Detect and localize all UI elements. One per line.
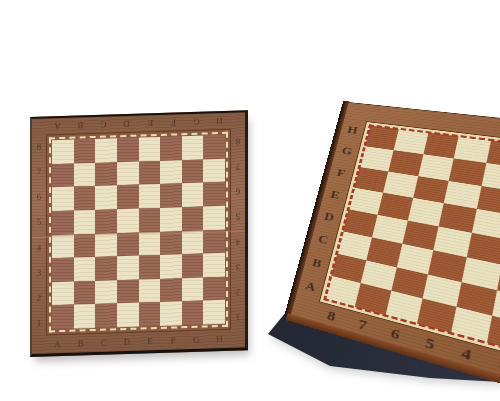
square-c2: [95, 280, 117, 304]
square-f7: [160, 160, 182, 184]
square-a3: [52, 258, 74, 282]
square-h7: [203, 158, 225, 182]
square-g8: [182, 136, 204, 160]
square-c6: [95, 186, 117, 210]
square-e8: [139, 137, 161, 161]
square-g1: [182, 301, 204, 325]
square-b6: [74, 186, 96, 210]
square-b7: [74, 163, 96, 187]
square-h6: [203, 182, 225, 206]
square-g6: [182, 183, 204, 207]
square-g3: [182, 254, 204, 278]
flat-board: ABCDEFGH ABCDEFGH 87654321 87654321: [30, 110, 248, 357]
square-a5: [52, 211, 74, 235]
square-e4: [139, 231, 161, 255]
square-f4: [160, 231, 182, 255]
square-c4: [95, 233, 117, 257]
square-h8: [203, 135, 225, 159]
square-e6: [139, 184, 161, 208]
square-d2: [117, 279, 139, 303]
product-photo-scene: HGFEDCBA 87654321 ABCDEFGH ABCDEFGH 8765…: [0, 0, 500, 401]
square-a2: [52, 281, 74, 305]
square-a1: [52, 305, 74, 329]
square-b3: [74, 257, 96, 281]
square-f3: [160, 254, 182, 278]
square-c5: [95, 209, 117, 233]
square-d8: [117, 138, 139, 162]
square-h3: [203, 253, 225, 277]
square-f8: [160, 136, 182, 160]
square-d7: [117, 161, 139, 185]
square-d5: [117, 208, 139, 232]
square-e7: [139, 161, 161, 185]
square-b4: [74, 233, 96, 257]
square-b5: [74, 210, 96, 234]
square-f5: [160, 207, 182, 231]
square-h4: [203, 229, 225, 253]
square-c7: [95, 162, 117, 186]
square-g4: [182, 230, 204, 254]
square-e5: [139, 208, 161, 232]
square-e3: [139, 255, 161, 279]
square-a7: [52, 163, 74, 187]
square-c1: [95, 304, 117, 328]
square-h2: [203, 277, 225, 301]
square-a4: [52, 234, 74, 258]
square-f2: [160, 278, 182, 302]
square-f1: [160, 302, 182, 326]
square-b8: [74, 139, 96, 163]
square-c8: [95, 138, 117, 162]
square-d4: [117, 232, 139, 256]
square-a6: [52, 187, 74, 211]
square-c3: [95, 256, 117, 280]
square-a8: [52, 140, 74, 164]
square-b1: [74, 304, 96, 328]
square-g5: [182, 206, 204, 230]
square-b2: [74, 281, 96, 305]
square-f6: [160, 183, 182, 207]
square-d3: [117, 256, 139, 280]
square-g2: [182, 277, 204, 301]
square-h1: [203, 300, 225, 324]
square-d1: [117, 303, 139, 327]
square-e1: [139, 302, 161, 326]
square-h5: [203, 206, 225, 230]
square-d6: [117, 185, 139, 209]
square-g7: [182, 159, 204, 183]
square-e2: [139, 279, 161, 303]
